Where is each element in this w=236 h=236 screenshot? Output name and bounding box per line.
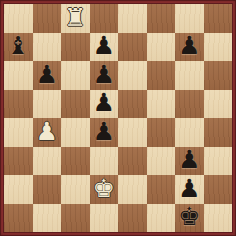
square-f4[interactable] [147,118,176,147]
square-c6[interactable] [61,61,90,90]
square-e4[interactable] [118,118,147,147]
square-h8[interactable] [204,4,233,33]
chess-board: ♜♝♟♟♟♟♟♟♟♟♚♟♚ [4,4,232,232]
square-d4[interactable]: ♟ [90,118,119,147]
black-king-g1: ♚ [178,204,200,229]
square-f8[interactable] [147,4,176,33]
square-h6[interactable] [204,61,233,90]
white-rook-c8: ♜ [64,5,86,30]
square-b5[interactable] [33,90,62,119]
square-d5[interactable]: ♟ [90,90,119,119]
square-a1[interactable] [4,204,33,233]
square-g5[interactable] [175,90,204,119]
black-pawn-d7: ♟ [93,33,115,58]
square-d1[interactable] [90,204,119,233]
black-pawn-d6: ♟ [93,62,115,87]
square-b8[interactable] [33,4,62,33]
white-pawn-b4: ♟ [36,119,58,144]
square-c7[interactable] [61,33,90,62]
square-d8[interactable] [90,4,119,33]
square-b4[interactable]: ♟ [33,118,62,147]
square-c2[interactable] [61,175,90,204]
square-e2[interactable] [118,175,147,204]
square-b6[interactable]: ♟ [33,61,62,90]
square-a4[interactable] [4,118,33,147]
square-d2[interactable]: ♚ [90,175,119,204]
square-e3[interactable] [118,147,147,176]
square-g2[interactable]: ♟ [175,175,204,204]
black-pawn-d4: ♟ [93,119,115,144]
square-a6[interactable] [4,61,33,90]
square-f6[interactable] [147,61,176,90]
square-g3[interactable]: ♟ [175,147,204,176]
square-b2[interactable] [33,175,62,204]
square-g6[interactable] [175,61,204,90]
square-b3[interactable] [33,147,62,176]
square-f7[interactable] [147,33,176,62]
square-b7[interactable] [33,33,62,62]
square-e8[interactable] [118,4,147,33]
square-c8[interactable]: ♜ [61,4,90,33]
square-g4[interactable] [175,118,204,147]
black-bishop-a7: ♝ [7,33,29,58]
square-g1[interactable]: ♚ [175,204,204,233]
square-f5[interactable] [147,90,176,119]
square-a7[interactable]: ♝ [4,33,33,62]
square-a2[interactable] [4,175,33,204]
square-g8[interactable] [175,4,204,33]
square-h4[interactable] [204,118,233,147]
square-a8[interactable] [4,4,33,33]
black-pawn-g7: ♟ [178,33,200,58]
black-pawn-g3: ♟ [178,147,200,172]
black-pawn-b6: ♟ [36,62,58,87]
square-h7[interactable] [204,33,233,62]
square-a5[interactable] [4,90,33,119]
black-pawn-d5: ♟ [93,90,115,115]
board-frame: ♜♝♟♟♟♟♟♟♟♟♚♟♚ [0,0,236,236]
white-king-d2: ♚ [93,176,115,201]
square-e6[interactable] [118,61,147,90]
square-c1[interactable] [61,204,90,233]
black-pawn-g2: ♟ [178,176,200,201]
square-h3[interactable] [204,147,233,176]
square-d7[interactable]: ♟ [90,33,119,62]
square-a3[interactable] [4,147,33,176]
square-c3[interactable] [61,147,90,176]
square-h2[interactable] [204,175,233,204]
square-e7[interactable] [118,33,147,62]
square-h5[interactable] [204,90,233,119]
square-f2[interactable] [147,175,176,204]
square-f3[interactable] [147,147,176,176]
square-c4[interactable] [61,118,90,147]
square-e1[interactable] [118,204,147,233]
square-e5[interactable] [118,90,147,119]
square-f1[interactable] [147,204,176,233]
square-h1[interactable] [204,204,233,233]
square-g7[interactable]: ♟ [175,33,204,62]
square-d6[interactable]: ♟ [90,61,119,90]
square-b1[interactable] [33,204,62,233]
square-d3[interactable] [90,147,119,176]
square-c5[interactable] [61,90,90,119]
